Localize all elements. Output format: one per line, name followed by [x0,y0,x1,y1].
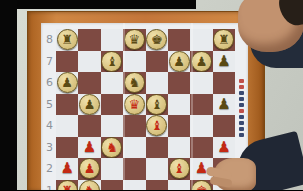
black-king-e8: ♚ [146,29,167,50]
square-c6 [101,72,123,94]
black-rook-a8: ♜ [57,29,78,50]
rank-label-4: 4 [43,115,56,137]
white-bishop-e4: ♝ [146,115,167,136]
square-h6 [213,72,235,94]
square-f6 [168,72,190,94]
white-bishop-f2: ♝ [169,158,190,179]
square-g7: ♟ [190,51,212,73]
square-h5: ♟ [213,94,235,116]
white-rook-a1: ♜ [57,180,78,190]
square-g8 [190,29,212,51]
square-a5 [56,94,78,116]
square-f3 [168,137,190,159]
rank-label-6: 6 [43,72,56,94]
square-h3: ♟ [213,137,235,159]
square-c8 [101,29,123,51]
square-b8 [78,29,100,51]
square-f4 [168,115,190,137]
square-e8: ♚ [146,29,168,51]
square-f1 [168,180,190,191]
square-c1 [101,180,123,191]
black-rook-h8: ♜ [213,29,234,50]
square-b2: ♟ [78,158,100,180]
rank-label-3: 3 [43,137,56,159]
spare-magnet [239,91,244,95]
square-f2: ♝ [168,158,190,180]
square-g6 [190,72,212,94]
square-e2 [146,158,168,180]
white-pawn-a2: ♟ [60,161,73,176]
square-d1 [123,180,145,191]
square-c2 [101,158,123,180]
square-b6 [78,72,100,94]
board-fold-crease [191,23,193,190]
spare-magnet [239,133,244,137]
square-f7: ♟ [168,51,190,73]
black-pawn-h5: ♟ [217,97,230,112]
square-g5 [190,94,212,116]
square-e7 [146,51,168,73]
square-e4: ♝ [146,115,168,137]
square-a7 [56,51,78,73]
spare-magnet [239,85,244,89]
square-e5: ♝ [146,94,168,116]
square-b5: ♟ [78,94,100,116]
black-knight-d6: ♞ [124,72,145,93]
square-c3: ♞ [101,137,123,159]
black-pawn-f7: ♟ [169,51,190,72]
square-e6 [146,72,168,94]
square-b3: ♟ [78,137,100,159]
rank-label-5: 5 [43,94,56,116]
board-fold-crease [123,23,125,190]
square-d4 [123,115,145,137]
square-c4 [101,115,123,137]
square-h4 [213,115,235,137]
video-frame: 87654321 ♜♛♚♜♝♟♟♟♟♞♟♛♝♟♝♟♞♟♟♟♝♟♜♞♚ [0,0,303,190]
square-f5 [168,94,190,116]
spare-magnet-strip [239,79,244,137]
square-a8: ♜ [56,29,78,51]
rank-label-7: 7 [43,51,56,73]
rank-label-2: 2 [43,158,56,180]
black-bishop-c7: ♝ [101,51,122,72]
square-g4 [190,115,212,137]
square-d7 [123,51,145,73]
square-d5: ♛ [123,94,145,116]
spare-magnet [239,127,244,131]
rank-label-1: 1 [43,180,56,191]
square-a3 [56,137,78,159]
black-bishop-e5: ♝ [146,94,167,115]
rank-label-8: 8 [43,29,56,51]
black-pawn-a6: ♟ [57,72,78,93]
white-pawn-b2: ♟ [79,158,100,179]
square-a4 [56,115,78,137]
square-h8: ♜ [213,29,235,51]
spare-magnet [239,103,244,107]
white-queen-d5: ♛ [124,94,145,115]
white-pawn-h3: ♟ [217,140,230,155]
chess-grid: ♜♛♚♜♝♟♟♟♟♞♟♛♝♟♝♟♞♟♟♟♝♟♜♞♚ [56,29,235,190]
square-g3 [190,137,212,159]
spare-magnet [239,79,244,83]
black-pawn-g7: ♟ [191,51,212,72]
square-f8 [168,29,190,51]
square-h7: ♟ [213,51,235,73]
rank-label-column: 87654321 [43,29,56,190]
letterbox-bar-top [0,0,196,9]
letterbox-bar-left [0,0,17,190]
square-d3 [123,137,145,159]
square-b7 [78,51,100,73]
square-d6: ♞ [123,72,145,94]
square-c5 [101,94,123,116]
square-a1: ♜ [56,180,78,191]
square-c7: ♝ [101,51,123,73]
square-b4 [78,115,100,137]
square-d2 [123,158,145,180]
white-pawn-b3: ♟ [83,140,96,155]
black-pawn-b5: ♟ [79,94,100,115]
square-b1: ♞ [78,180,100,191]
square-a6: ♟ [56,72,78,94]
spare-magnet [239,97,244,101]
square-a2: ♟ [56,158,78,180]
white-king-g1: ♚ [191,180,212,190]
spare-magnet [239,121,244,125]
spare-magnet [239,115,244,119]
black-queen-d8: ♛ [124,29,145,50]
square-e3 [146,137,168,159]
black-pawn-h7: ♟ [217,54,230,69]
square-e1 [146,180,168,191]
square-d8: ♛ [123,29,145,51]
white-knight-b1: ♞ [79,180,100,190]
spare-magnet [239,109,244,113]
white-knight-c3: ♞ [101,137,122,158]
